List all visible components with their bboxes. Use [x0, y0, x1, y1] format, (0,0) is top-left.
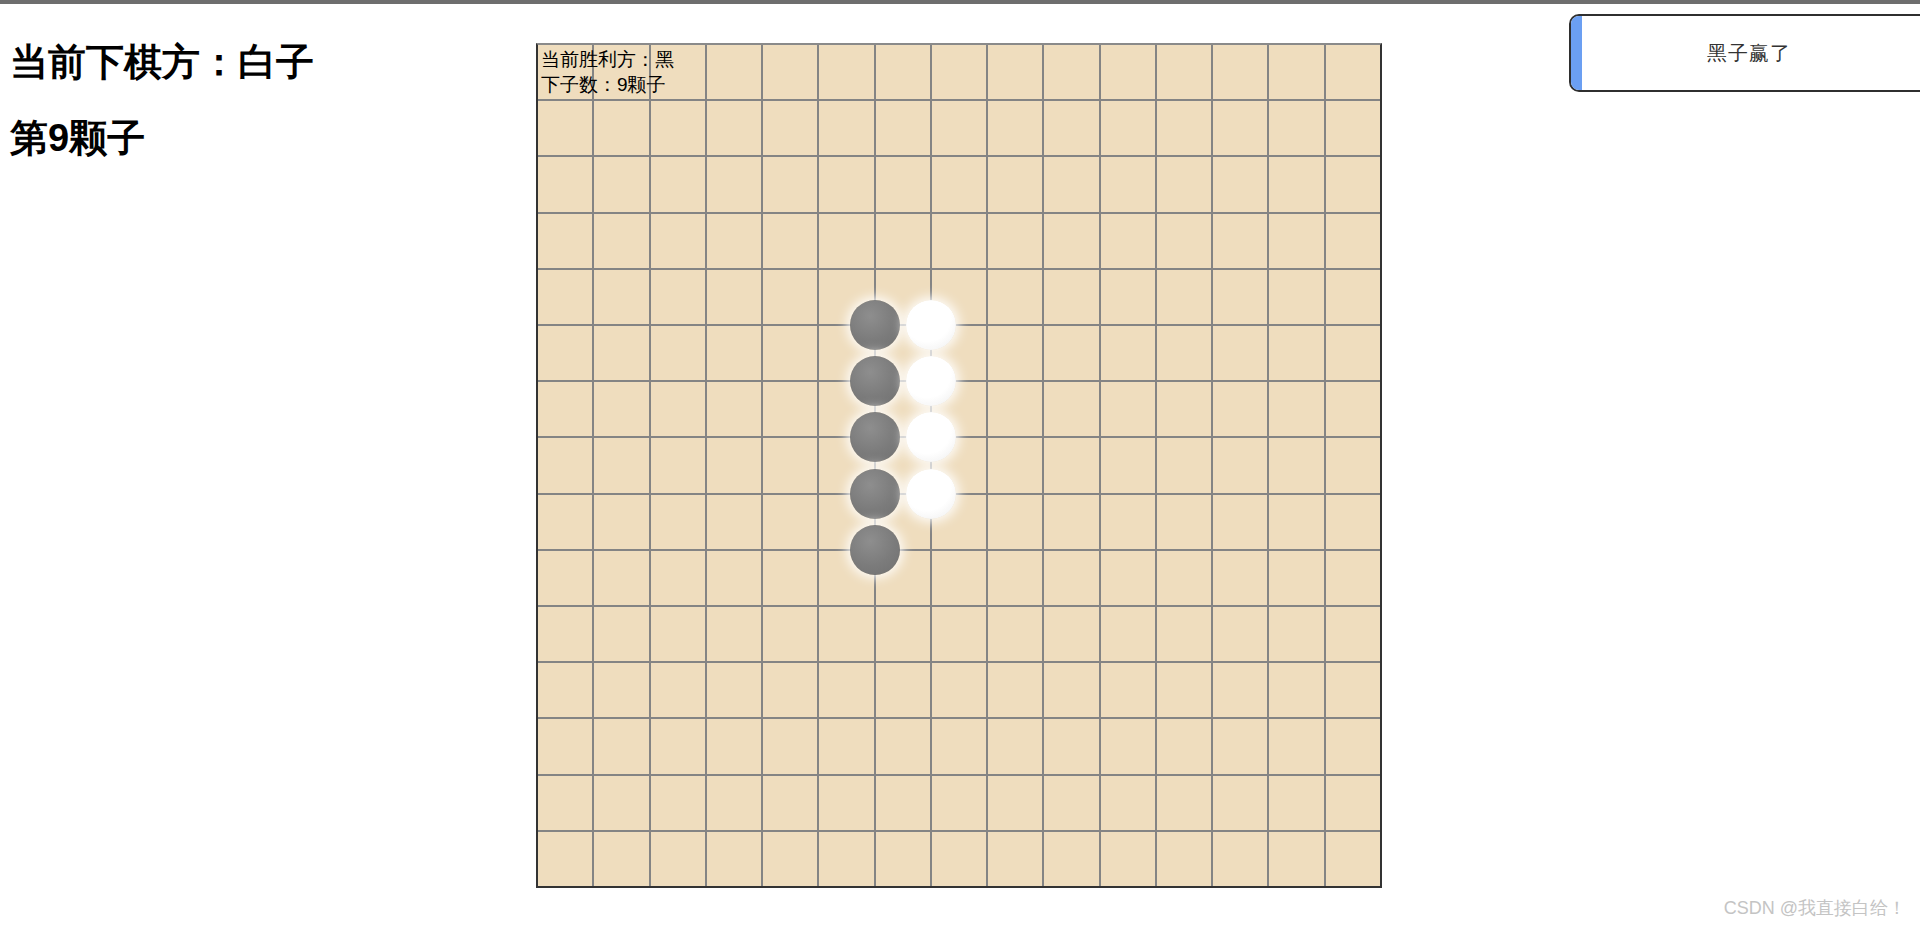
alert-blue-accent — [1571, 16, 1582, 90]
move-number-heading: 第9颗子 — [10, 116, 145, 162]
black-stone — [850, 300, 900, 350]
white-stone — [906, 412, 956, 462]
white-stone — [906, 300, 956, 350]
current-player-heading: 当前下棋方：白子 — [10, 40, 314, 86]
black-stone — [850, 412, 900, 462]
gomoku-board[interactable]: 当前胜利方：黑 下子数：9颗子 — [536, 43, 1382, 888]
csdn-watermark: CSDN @我直接白给！ — [1724, 896, 1906, 920]
black-stone — [850, 525, 900, 575]
stones-layer — [538, 45, 1380, 886]
winner-alert-box[interactable]: 黑子赢了 — [1569, 14, 1920, 92]
black-stone — [850, 356, 900, 406]
black-stone — [850, 469, 900, 519]
white-stone — [906, 356, 956, 406]
window-top-edge — [0, 0, 1920, 4]
winner-alert-text: 黑子赢了 — [1707, 40, 1791, 67]
white-stone — [906, 469, 956, 519]
